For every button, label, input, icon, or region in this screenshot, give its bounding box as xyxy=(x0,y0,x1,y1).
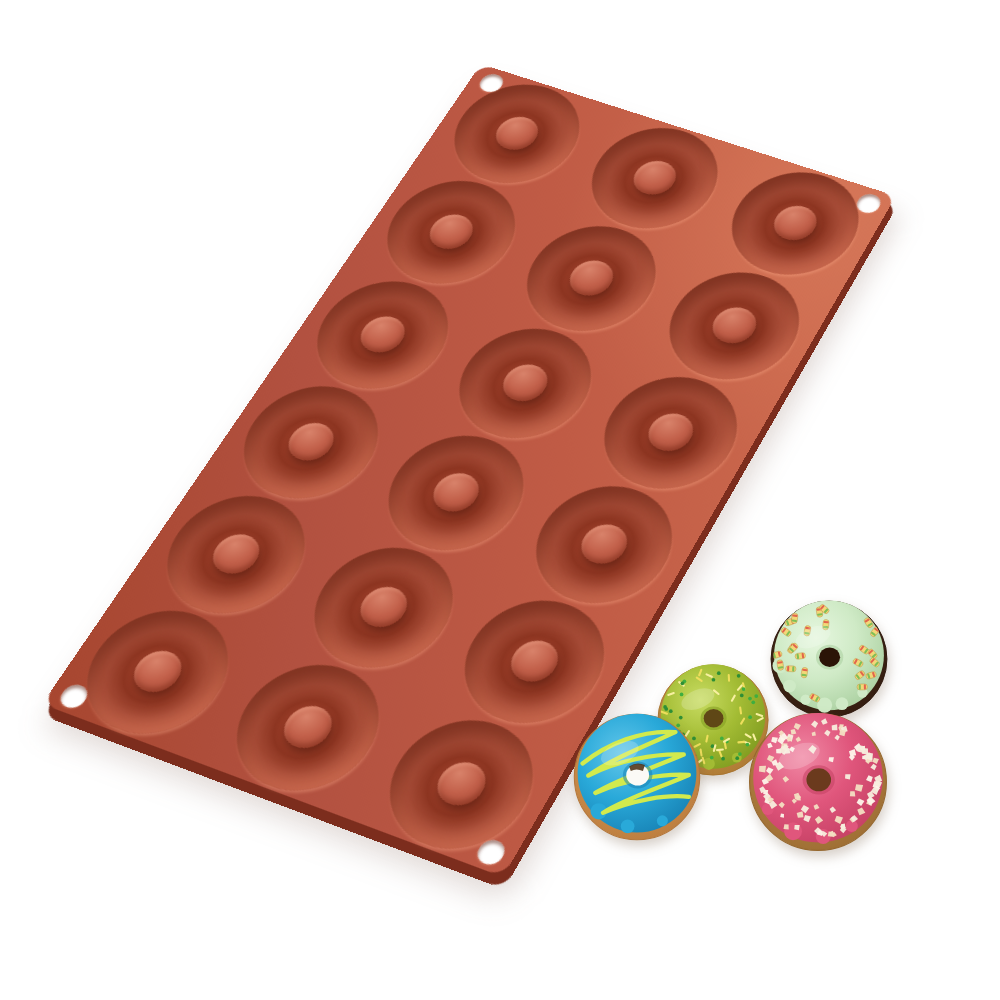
donut-hole xyxy=(819,647,840,667)
mint-candy-rod-donut xyxy=(768,598,890,720)
blue-drizzle-donut xyxy=(571,711,703,843)
decorated-donuts-group xyxy=(0,0,1000,1000)
pink-coconut-donut xyxy=(746,710,890,854)
donut-hole xyxy=(806,768,831,791)
donut-hole xyxy=(704,709,724,728)
product-photo xyxy=(0,0,1000,1000)
